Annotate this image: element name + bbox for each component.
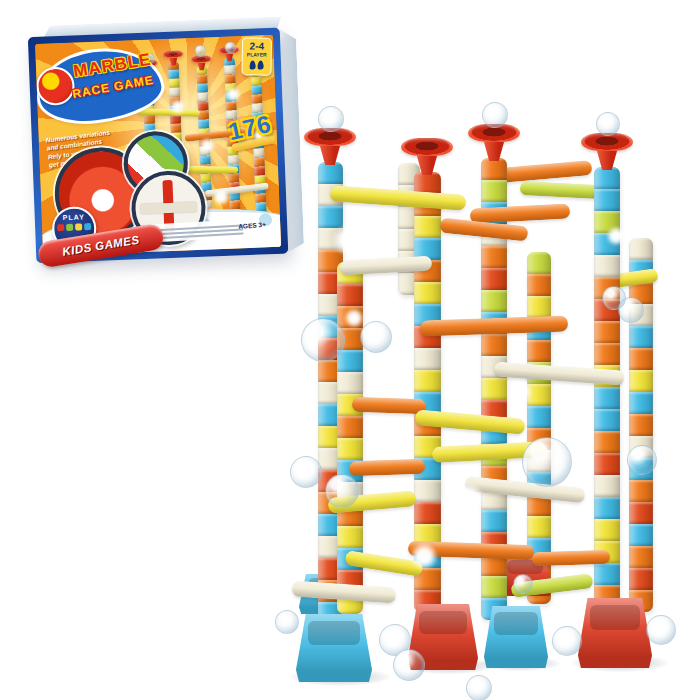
base-recess (419, 611, 467, 635)
column-segment (629, 414, 653, 436)
column-segment (594, 563, 620, 585)
column-segment (527, 274, 551, 296)
track-ramp (352, 397, 426, 415)
column-segment (629, 546, 653, 568)
column-segment (481, 246, 507, 268)
column-segment (481, 158, 507, 180)
column-segment (629, 326, 653, 348)
marble (522, 437, 572, 487)
column-segment (337, 372, 363, 394)
column-segment (594, 255, 620, 277)
column-segment (337, 284, 363, 306)
marble (513, 574, 533, 594)
column-segment (481, 510, 507, 532)
column-segment (629, 480, 653, 502)
funnel-cone (482, 142, 506, 161)
column-segment (594, 497, 620, 519)
column-segment (414, 282, 441, 304)
product-photo-stage: MARBLE RACE GAME 2-4 PLAYER 176 Numerous… (0, 0, 700, 700)
column-segment (337, 438, 363, 460)
track-ramp (532, 550, 610, 567)
column-segment (629, 524, 653, 546)
marble (360, 321, 392, 353)
column-segment (594, 343, 620, 365)
base-recess (590, 605, 640, 630)
track-ramp (500, 160, 593, 183)
column-segment (337, 526, 363, 548)
column-segment (527, 252, 551, 274)
column-segment (318, 206, 343, 228)
column-segment (337, 416, 363, 438)
column-segment (594, 387, 620, 409)
marble (552, 626, 582, 656)
column-segment (629, 348, 653, 370)
column-segment (481, 180, 507, 202)
glow-highlight (508, 380, 532, 404)
glow-highlight (452, 482, 484, 514)
base-foot (296, 614, 372, 682)
marble (646, 615, 676, 645)
track-ramp (349, 459, 425, 477)
track-ramp (520, 181, 601, 199)
column-segment (527, 296, 551, 318)
column-segment (481, 268, 507, 290)
column-segment (414, 348, 441, 370)
marble (290, 456, 322, 488)
marble (301, 318, 345, 362)
column-segment (594, 519, 620, 541)
marble (318, 106, 344, 132)
marble (325, 474, 359, 508)
glow-highlight (344, 308, 364, 328)
column-segment (594, 475, 620, 497)
column-segment (629, 502, 653, 524)
column-segment (527, 516, 551, 538)
column-segment (414, 370, 441, 392)
marble (627, 445, 657, 475)
tower-column (629, 238, 653, 612)
glow-highlight (332, 224, 364, 256)
marble (482, 102, 508, 128)
glow-highlight (606, 226, 626, 246)
funnel-top (581, 133, 633, 170)
base-recess (308, 621, 360, 645)
column-segment (414, 216, 441, 238)
funnel-top (401, 138, 453, 175)
funnel-cone (415, 156, 439, 175)
column-segment (594, 167, 620, 189)
marble (466, 675, 492, 700)
base-foot (578, 598, 652, 668)
funnel-lip (401, 138, 453, 156)
marble (393, 649, 425, 681)
column-segment (594, 321, 620, 343)
glow-highlight (410, 542, 438, 570)
column-segment (337, 350, 363, 372)
column-segment (594, 189, 620, 211)
column-segment (318, 162, 343, 184)
column-segment (481, 290, 507, 312)
column-segment (481, 378, 507, 400)
column-segment (481, 334, 507, 356)
column-segment (594, 453, 620, 475)
column-segment (414, 502, 441, 524)
funnel-top (304, 128, 356, 165)
column-segment (527, 406, 551, 428)
column-segment (629, 392, 653, 414)
column-segment (629, 568, 653, 590)
column-segment (594, 431, 620, 453)
column-segment (629, 238, 653, 260)
marble (275, 610, 299, 634)
base-recess (494, 612, 538, 634)
marble (602, 286, 626, 310)
marble-run-structure (0, 0, 700, 700)
column-segment (481, 576, 507, 598)
funnel-top (468, 124, 520, 161)
column-segment (594, 409, 620, 431)
column-segment (527, 340, 551, 362)
marble (596, 112, 620, 136)
column-segment (629, 370, 653, 392)
base-foot (484, 606, 548, 668)
column-segment (414, 480, 441, 502)
funnel-cone (318, 146, 342, 165)
funnel-cone (595, 151, 619, 170)
